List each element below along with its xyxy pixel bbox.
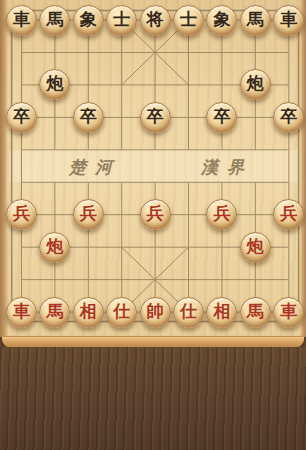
xiangqi-app: 楚河 漢界 車馬象士将士象馬車炮炮卒卒卒卒卒兵兵兵兵兵炮炮車馬相仕帥仕相馬車 设…: [0, 0, 306, 450]
piece-red-r6c2[interactable]: 兵: [73, 199, 104, 230]
river-label-han-jie: 漢界: [192, 156, 262, 178]
piece-red-r7c7[interactable]: 炮: [240, 232, 271, 263]
piece-black-r0c2[interactable]: 象: [73, 5, 104, 36]
piece-character: 卒: [147, 108, 164, 125]
piece-character: 相: [213, 303, 230, 320]
piece-character: 象: [80, 11, 97, 28]
piece-red-r6c0[interactable]: 兵: [6, 199, 37, 230]
piece-character: 馬: [247, 303, 264, 320]
piece-character: 炮: [46, 75, 63, 92]
piece-character: 卒: [80, 108, 97, 125]
piece-black-r3c0[interactable]: 卒: [6, 102, 37, 133]
piece-black-r2c7[interactable]: 炮: [240, 69, 271, 100]
piece-character: 将: [147, 11, 164, 28]
piece-red-r9c2[interactable]: 相: [73, 297, 104, 328]
piece-black-r3c2[interactable]: 卒: [73, 102, 104, 133]
piece-character: 卒: [13, 108, 30, 125]
piece-black-r0c0[interactable]: 車: [6, 5, 37, 36]
river-label-chu-he: 楚河: [60, 156, 130, 178]
piece-red-r9c4[interactable]: 帥: [140, 297, 171, 328]
piece-black-r0c4[interactable]: 将: [140, 5, 171, 36]
piece-character: 仕: [113, 303, 130, 320]
piece-red-r9c6[interactable]: 相: [206, 297, 237, 328]
piece-red-r9c8[interactable]: 車: [273, 297, 304, 328]
piece-red-r9c5[interactable]: 仕: [173, 297, 204, 328]
piece-red-r9c7[interactable]: 馬: [240, 297, 271, 328]
piece-black-r0c3[interactable]: 士: [106, 5, 137, 36]
piece-character: 士: [113, 11, 130, 28]
piece-red-r7c1[interactable]: 炮: [39, 232, 70, 263]
piece-black-r0c7[interactable]: 馬: [240, 5, 271, 36]
piece-red-r9c1[interactable]: 馬: [39, 297, 70, 328]
piece-character: 象: [213, 11, 230, 28]
piece-character: 炮: [247, 75, 264, 92]
piece-character: 兵: [13, 205, 30, 222]
piece-black-r0c8[interactable]: 車: [273, 5, 304, 36]
piece-character: 相: [80, 303, 97, 320]
piece-character: 炮: [247, 238, 264, 255]
piece-red-r6c4[interactable]: 兵: [140, 199, 171, 230]
piece-black-r0c1[interactable]: 馬: [39, 5, 70, 36]
piece-character: 馬: [46, 11, 63, 28]
piece-character: 仕: [180, 303, 197, 320]
piece-red-r9c0[interactable]: 車: [6, 297, 37, 328]
piece-black-r0c6[interactable]: 象: [206, 5, 237, 36]
piece-black-r3c4[interactable]: 卒: [140, 102, 171, 133]
piece-character: 馬: [247, 11, 264, 28]
piece-character: 兵: [147, 205, 164, 222]
piece-character: 卒: [280, 108, 297, 125]
piece-character: 車: [13, 303, 30, 320]
piece-red-r9c3[interactable]: 仕: [106, 297, 137, 328]
piece-character: 馬: [46, 303, 63, 320]
piece-black-r0c5[interactable]: 士: [173, 5, 204, 36]
piece-character: 車: [280, 303, 297, 320]
piece-character: 兵: [80, 205, 97, 222]
piece-character: 兵: [213, 205, 230, 222]
piece-character: 士: [180, 11, 197, 28]
control-panel: 设置 翻转 上一步 下一步 变着 当下软件园 www.downxia.com: [0, 347, 306, 450]
piece-character: 兵: [280, 205, 297, 222]
piece-character: 車: [13, 11, 30, 28]
piece-black-r3c8[interactable]: 卒: [273, 102, 304, 133]
piece-character: 帥: [147, 303, 164, 320]
board: 楚河 漢界 車馬象士将士象馬車炮炮卒卒卒卒卒兵兵兵兵兵炮炮車馬相仕帥仕相馬車: [0, 0, 306, 347]
piece-character: 炮: [46, 238, 63, 255]
piece-character: 卒: [213, 108, 230, 125]
piece-character: 車: [280, 11, 297, 28]
